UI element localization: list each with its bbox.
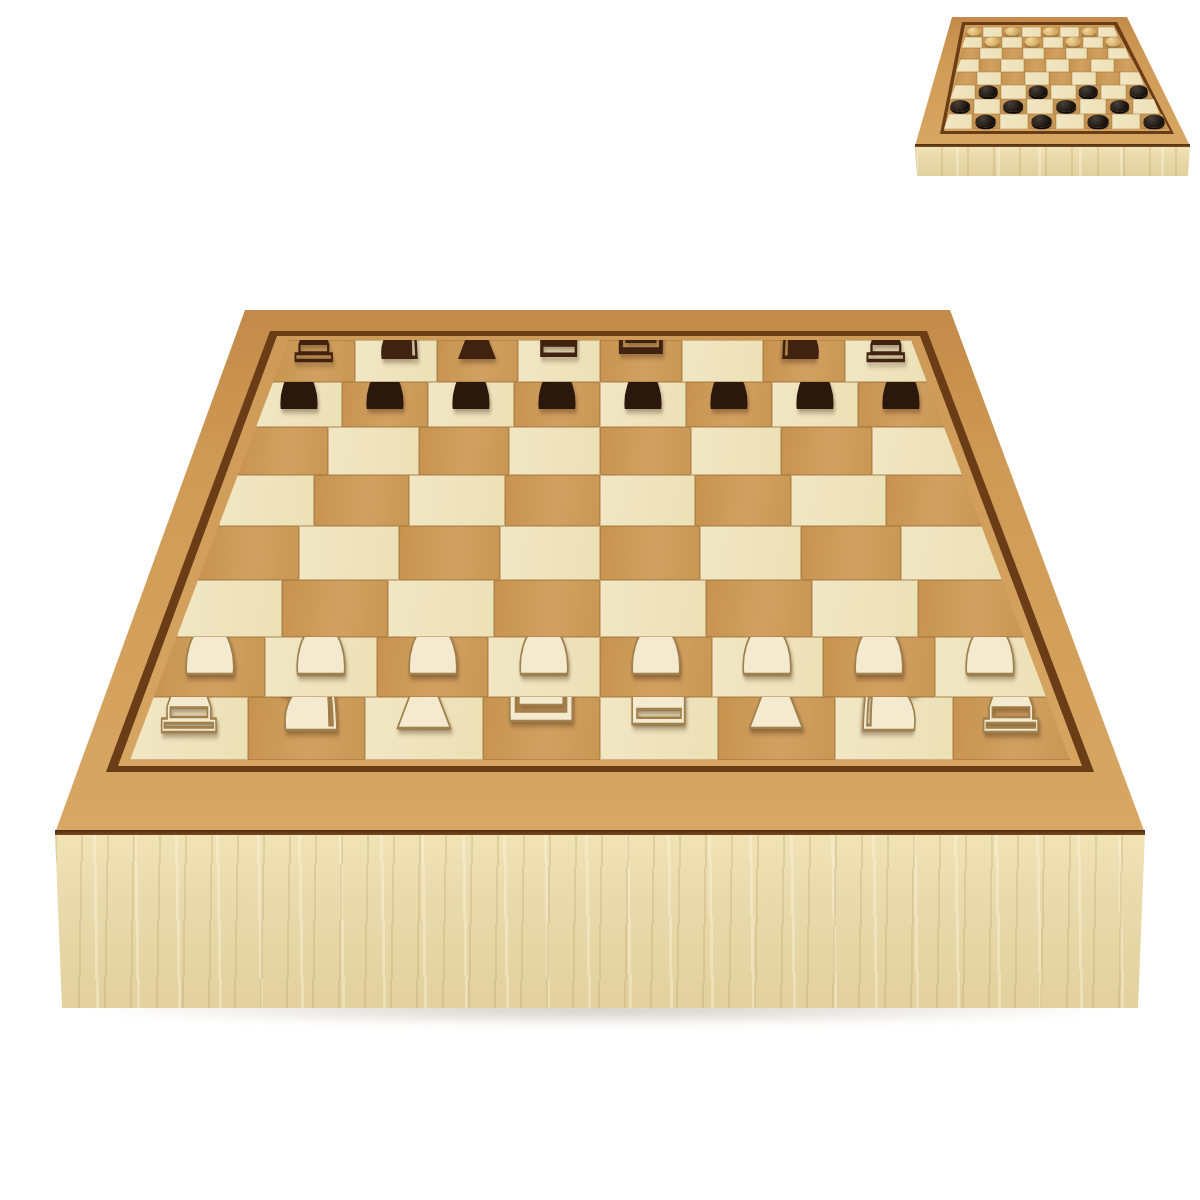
- square-f3[interactable]: [706, 580, 812, 637]
- square-b2[interactable]: ♟: [265, 637, 377, 697]
- checkers-square-r6c1: [974, 99, 1001, 114]
- square-a4[interactable]: [198, 526, 298, 580]
- checkers-row-1: [962, 37, 1124, 48]
- checker-dark-r6c6: [1110, 100, 1130, 112]
- checkers-square-r2c6: [1087, 48, 1108, 60]
- board-rank-8: ♜♞♝♛♚♞♜: [273, 340, 927, 382]
- square-f6[interactable]: [691, 427, 782, 475]
- square-c1[interactable]: ♝: [365, 697, 483, 760]
- checkers-square-r1c1: [982, 37, 1002, 48]
- checkers-row-6: [947, 99, 1159, 114]
- square-d3[interactable]: [494, 580, 600, 637]
- square-d8[interactable]: ♛: [518, 340, 600, 382]
- checkers-square-r6c4: [1053, 99, 1080, 114]
- checkers-square-r5c5: [1076, 85, 1101, 99]
- checkers-square-r0c7: [1098, 27, 1117, 37]
- checkers-square-r5c1: [975, 85, 1000, 99]
- square-h7[interactable]: ♟: [858, 382, 944, 427]
- square-g8[interactable]: ♞: [763, 340, 845, 382]
- square-g5[interactable]: [791, 475, 886, 526]
- checker-light-r0c2: [1005, 27, 1019, 36]
- checkers-square-r5c3: [1026, 85, 1051, 99]
- checkers-square-r4c2: [1001, 72, 1025, 85]
- black-bishop-c8[interactable]: ♝: [441, 238, 513, 381]
- checkers-square-r0c1: [983, 27, 1002, 37]
- square-a8[interactable]: ♜: [273, 340, 355, 382]
- checker-light-r1c1: [984, 37, 999, 46]
- checkers-square-r1c3: [1022, 37, 1042, 48]
- square-g4[interactable]: [801, 526, 901, 580]
- checkers-square-r7c7: [1140, 114, 1168, 130]
- square-f2[interactable]: ♟: [712, 637, 824, 697]
- checkers-square-r3c2: [1001, 59, 1024, 71]
- board-rank-4: [198, 526, 1002, 580]
- product-photo: ♜♞♝♛♚♞♜♟♟♟♟♟♟♟♟♟♟♟♟♟♟♟♟♜♞♝♚♛♝♞♜: [0, 0, 1200, 1200]
- checkers-square-r7c2: [1000, 114, 1028, 130]
- square-h8[interactable]: ♜: [845, 340, 927, 382]
- checkers-square-r1c2: [1002, 37, 1022, 48]
- square-h6[interactable]: [872, 427, 963, 475]
- checker-light-r0c0: [966, 27, 980, 36]
- square-f4[interactable]: [700, 526, 800, 580]
- board-rank-5: [219, 475, 982, 526]
- square-c7[interactable]: ♟: [428, 382, 514, 427]
- checkers-square-r6c7: [1133, 99, 1160, 114]
- checkers-square-r0c6: [1079, 27, 1098, 37]
- square-c3[interactable]: [388, 580, 494, 637]
- checker-dark-r7c5: [1087, 115, 1108, 128]
- square-a5[interactable]: [219, 475, 314, 526]
- checkers-square-r6c2: [1000, 99, 1027, 114]
- square-e5[interactable]: [600, 475, 695, 526]
- checkers-square-r3c0: [956, 59, 979, 71]
- checker-dark-r5c7: [1129, 86, 1148, 98]
- board-rank-1: ♜♞♝♚♛♝♞♜: [130, 697, 1070, 760]
- board-rank-2: ♟♟♟♟♟♟♟♟: [154, 637, 1046, 697]
- checkers-square-r7c5: [1084, 114, 1112, 130]
- square-h4[interactable]: [901, 526, 1001, 580]
- checkers-square-r4c5: [1072, 72, 1096, 85]
- square-d4[interactable]: [500, 526, 600, 580]
- checkers-square-r2c1: [980, 48, 1001, 60]
- checkers-square-r7c3: [1028, 114, 1056, 130]
- checkers-square-r3c4: [1046, 59, 1069, 71]
- checkers-square-r0c2: [1002, 27, 1021, 37]
- checkers-board: [900, 6, 1198, 182]
- checker-light-r0c6: [1082, 27, 1096, 36]
- square-e7[interactable]: ♟: [600, 382, 686, 427]
- square-c6[interactable]: [419, 427, 510, 475]
- square-c2[interactable]: ♟: [377, 637, 489, 697]
- checkers-square-r5c4: [1051, 85, 1076, 99]
- square-d2[interactable]: ♟: [488, 637, 600, 697]
- checkers-square-r2c7: [1108, 48, 1129, 60]
- square-b3[interactable]: [282, 580, 388, 637]
- checkers-square-r3c7: [1114, 59, 1137, 71]
- checkers-square-r0c4: [1041, 27, 1060, 37]
- square-b6[interactable]: [328, 427, 419, 475]
- checker-dark-r7c7: [1143, 115, 1164, 128]
- square-g3[interactable]: [812, 580, 918, 637]
- checkers-row-7: [944, 114, 1168, 130]
- checkers-row-3: [956, 59, 1136, 71]
- square-a7[interactable]: ♟: [256, 382, 342, 427]
- checkers-square-r4c6: [1096, 72, 1120, 85]
- checker-light-r1c7: [1106, 37, 1121, 46]
- square-c8[interactable]: ♝: [437, 340, 519, 382]
- checkers-row-2: [959, 48, 1130, 60]
- checker-dark-r7c3: [1031, 115, 1052, 128]
- checkers-row-4: [953, 72, 1143, 85]
- checkers-square-r4c0: [953, 72, 977, 85]
- checkers-square-r7c4: [1056, 114, 1084, 130]
- checker-light-r1c5: [1065, 37, 1080, 46]
- square-f8[interactable]: [682, 340, 764, 382]
- square-f1[interactable]: ♝: [718, 697, 836, 760]
- checkers-square-r4c3: [1025, 72, 1049, 85]
- square-g1[interactable]: ♞: [835, 697, 953, 760]
- square-e8[interactable]: ♚: [600, 340, 682, 382]
- square-e2[interactable]: ♟: [600, 637, 712, 697]
- black-knight-b8[interactable]: ♞: [361, 245, 429, 381]
- square-b4[interactable]: [299, 526, 399, 580]
- square-b1[interactable]: ♞: [248, 697, 366, 760]
- checkers-row-5: [950, 85, 1151, 99]
- square-a6[interactable]: [238, 427, 329, 475]
- square-g6[interactable]: [781, 427, 872, 475]
- checkers-square-r6c6: [1106, 99, 1133, 114]
- checkers-square-r3c6: [1091, 59, 1114, 71]
- checkers-square-r3c1: [979, 59, 1002, 71]
- checkers-square-r1c0: [962, 37, 982, 48]
- checkers-square-r1c6: [1083, 37, 1103, 48]
- square-h2[interactable]: ♟: [935, 637, 1047, 697]
- square-c4[interactable]: [399, 526, 499, 580]
- square-b8[interactable]: ♞: [355, 340, 437, 382]
- checker-dark-r7c1: [975, 115, 996, 128]
- square-b5[interactable]: [314, 475, 409, 526]
- checkers-square-r5c0: [950, 85, 975, 99]
- board-rank-3: [177, 580, 1024, 637]
- black-knight-g8[interactable]: ♞: [770, 245, 838, 381]
- checkers-square-r0c3: [1022, 27, 1041, 37]
- square-f5[interactable]: [695, 475, 790, 526]
- board-rank-6: [238, 427, 962, 475]
- checker-dark-r5c5: [1079, 86, 1098, 98]
- checkers-square-r4c4: [1049, 72, 1073, 85]
- checker-dark-r5c1: [979, 86, 998, 98]
- checkers-square-r2c5: [1066, 48, 1087, 60]
- black-rook-h8[interactable]: ♜: [855, 260, 916, 382]
- checkers-square-r0c0: [964, 27, 983, 37]
- square-a3[interactable]: [177, 580, 283, 637]
- checker-light-r1c3: [1025, 37, 1040, 46]
- checkers-square-r7c0: [944, 114, 972, 130]
- square-e3[interactable]: [600, 580, 706, 637]
- square-f7[interactable]: ♟: [686, 382, 772, 427]
- square-d1[interactable]: ♚: [483, 697, 601, 760]
- checkers-square-r3c5: [1069, 59, 1092, 71]
- square-d7[interactable]: ♟: [514, 382, 600, 427]
- checkers-square-r1c5: [1063, 37, 1083, 48]
- inset-thumbnail-checkers-view[interactable]: [900, 6, 1198, 182]
- checkers-square-r3c3: [1024, 59, 1047, 71]
- checker-light-r0c4: [1043, 27, 1057, 36]
- square-d6[interactable]: [509, 427, 600, 475]
- checkers-square-r5c6: [1101, 85, 1126, 99]
- checkers-square-r6c3: [1027, 99, 1054, 114]
- checkers-square-r0c5: [1060, 27, 1079, 37]
- square-b7[interactable]: ♟: [342, 382, 428, 427]
- checkers-square-r2c4: [1044, 48, 1065, 60]
- checkers-square-r7c6: [1112, 114, 1140, 130]
- checkers-square-r2c3: [1023, 48, 1044, 60]
- checkers-square-r7c1: [972, 114, 1000, 130]
- board-rank-7: ♟♟♟♟♟♟♟♟: [256, 382, 944, 427]
- checkers-square-r2c0: [959, 48, 980, 60]
- checkers-square-r1c7: [1103, 37, 1123, 48]
- checkers-square-r6c0: [947, 99, 974, 114]
- square-c5[interactable]: [409, 475, 504, 526]
- square-e4[interactable]: [600, 526, 700, 580]
- checkers-square-r4c7: [1120, 72, 1144, 85]
- black-king-e8[interactable]: ♚: [597, 207, 685, 381]
- square-e1[interactable]: ♛: [600, 697, 718, 760]
- black-queen-d8[interactable]: ♛: [520, 225, 599, 381]
- checker-dark-r5c3: [1029, 86, 1048, 98]
- square-h5[interactable]: [886, 475, 981, 526]
- checkers-square-r4c1: [977, 72, 1001, 85]
- square-h3[interactable]: [918, 580, 1024, 637]
- square-e6[interactable]: [600, 427, 691, 475]
- checkers-square-r6c5: [1080, 99, 1107, 114]
- checkers-square-r1c4: [1043, 37, 1063, 48]
- checker-dark-r6c0: [950, 100, 970, 112]
- checkers-square-r5c7: [1126, 85, 1151, 99]
- square-a2[interactable]: ♟: [154, 637, 266, 697]
- checker-dark-r6c2: [1004, 100, 1024, 112]
- checkers-square-r5c2: [1001, 85, 1026, 99]
- square-h1[interactable]: ♜: [953, 697, 1071, 760]
- square-g7[interactable]: ♟: [772, 382, 858, 427]
- square-g2[interactable]: ♟: [823, 637, 935, 697]
- checkers-square-r2c2: [1002, 48, 1023, 60]
- checkers-row-0: [964, 27, 1118, 37]
- checker-dark-r6c4: [1057, 100, 1077, 112]
- black-rook-a8[interactable]: ♜: [283, 260, 344, 382]
- square-a1[interactable]: ♜: [130, 697, 248, 760]
- square-d5[interactable]: [505, 475, 600, 526]
